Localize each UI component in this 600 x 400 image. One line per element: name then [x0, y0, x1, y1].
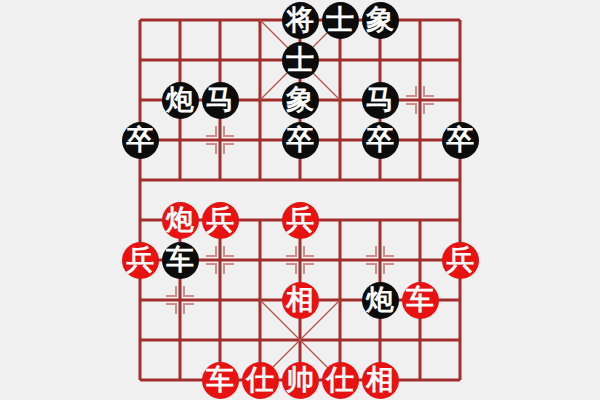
piece-black-soldier[interactable]: 卒 — [442, 122, 479, 159]
piece-black-elephant[interactable]: 象 — [362, 2, 399, 39]
xiangqi-board: 将士象士炮马象马卒卒卒卒炮兵兵兵车兵相炮车车仕帅仕相 — [120, 0, 480, 400]
piece-red-advisor[interactable]: 仕 — [322, 362, 359, 399]
piece-black-advisor[interactable]: 士 — [322, 2, 359, 39]
piece-red-elephant[interactable]: 相 — [362, 362, 399, 399]
piece-black-advisor[interactable]: 士 — [282, 42, 319, 79]
piece-red-soldier[interactable]: 兵 — [122, 242, 159, 279]
piece-red-advisor[interactable]: 仕 — [242, 362, 279, 399]
piece-red-chariot[interactable]: 车 — [402, 282, 439, 319]
piece-black-elephant[interactable]: 象 — [282, 82, 319, 119]
piece-red-chariot[interactable]: 车 — [202, 362, 239, 399]
piece-black-soldier[interactable]: 卒 — [282, 122, 319, 159]
piece-black-cannon[interactable]: 炮 — [162, 82, 199, 119]
xiangqi-board-screen: 将士象士炮马象马卒卒卒卒炮兵兵兵车兵相炮车车仕帅仕相 — [0, 0, 600, 400]
piece-black-general[interactable]: 将 — [282, 2, 319, 39]
piece-black-soldier[interactable]: 卒 — [122, 122, 159, 159]
piece-black-horse[interactable]: 马 — [202, 82, 239, 119]
piece-black-cannon[interactable]: 炮 — [362, 282, 399, 319]
piece-black-chariot[interactable]: 车 — [162, 242, 199, 279]
piece-black-soldier[interactable]: 卒 — [362, 122, 399, 159]
piece-red-soldier[interactable]: 兵 — [442, 242, 479, 279]
piece-red-soldier[interactable]: 兵 — [282, 202, 319, 239]
piece-black-horse[interactable]: 马 — [362, 82, 399, 119]
piece-red-cannon[interactable]: 炮 — [162, 202, 199, 239]
piece-red-elephant[interactable]: 相 — [282, 282, 319, 319]
piece-red-soldier[interactable]: 兵 — [202, 202, 239, 239]
piece-red-general[interactable]: 帅 — [282, 362, 319, 399]
